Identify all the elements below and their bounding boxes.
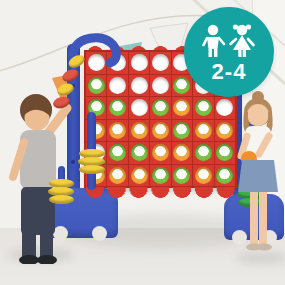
empty-hole: [152, 54, 169, 71]
green-disc: [173, 167, 190, 184]
empty-hole: [131, 54, 148, 71]
green-disc: [173, 77, 190, 94]
board-cell-r3c2: [107, 97, 127, 119]
board-cell-r2c3: [129, 75, 149, 97]
board-cell-r4c2: [107, 120, 127, 142]
green-disc: [109, 99, 126, 116]
board-cell-r5c5: [172, 142, 192, 164]
board-cell-r6c3: [129, 165, 149, 187]
board-cell-r3c4: [150, 97, 170, 119]
empty-hole: [131, 77, 148, 94]
board-cell-r1c3: [129, 52, 149, 74]
board-cell-r5c3: [129, 142, 149, 164]
boy-icon: [204, 25, 225, 57]
green-disc: [195, 99, 212, 116]
orange-disc: [131, 122, 148, 139]
ring-hanger-trunk: [58, 30, 124, 76]
board-cell-r6c4: [150, 165, 170, 187]
orange-disc: [195, 167, 212, 184]
empty-hole: [152, 77, 169, 94]
orange-disc: [109, 122, 126, 139]
orange-disc: [195, 122, 212, 139]
girl-icon: [231, 24, 254, 57]
board-cell-r6c6: [193, 165, 213, 187]
base-arch: [92, 226, 107, 241]
orange-disc: [131, 167, 148, 184]
green-disc: [152, 167, 169, 184]
board-cell-r2c1: [86, 75, 106, 97]
orange-disc: [173, 99, 190, 116]
empty-hole: [131, 99, 148, 116]
board-bottom-edge: [84, 187, 237, 201]
board-cell-r3c3: [129, 97, 149, 119]
board-cell-r6c2: [107, 165, 127, 187]
board-cell-r4c4: [150, 120, 170, 142]
board-cell-r2c5: [172, 75, 192, 97]
board-cell-r2c4: [150, 75, 170, 97]
board-cell-r5c2: [107, 142, 127, 164]
orange-disc: [152, 144, 169, 161]
green-disc: [131, 144, 148, 161]
green-disc: [173, 122, 190, 139]
players-icons: [202, 23, 256, 59]
board-cell-r5c4: [150, 142, 170, 164]
girl-photo: [228, 88, 285, 264]
orange-disc: [173, 144, 190, 161]
board-cell-r4c5: [172, 120, 192, 142]
board-cell-r2c2: [107, 75, 127, 97]
green-disc: [109, 144, 126, 161]
board-cell-r4c3: [129, 120, 149, 142]
green-disc: [152, 99, 169, 116]
board-cell-r4c6: [193, 120, 213, 142]
stacked-ring-yellow: [49, 195, 74, 204]
board-cell-r5c6: [193, 142, 213, 164]
players-range-label: 2-4: [212, 61, 247, 83]
stacked-ring-yellow: [79, 165, 105, 174]
board-cell-r3c5: [172, 97, 192, 119]
board-cell-r3c6: [193, 97, 213, 119]
green-disc: [195, 144, 212, 161]
product-photo: 2-4: [0, 0, 285, 285]
empty-hole: [109, 77, 126, 94]
green-disc: [88, 77, 105, 94]
orange-disc: [109, 167, 126, 184]
orange-disc: [152, 122, 169, 139]
board-cell-r1c4: [150, 52, 170, 74]
board-cell-r6c5: [172, 165, 192, 187]
boy-photo: [0, 90, 76, 264]
players-badge: 2-4: [184, 7, 274, 97]
